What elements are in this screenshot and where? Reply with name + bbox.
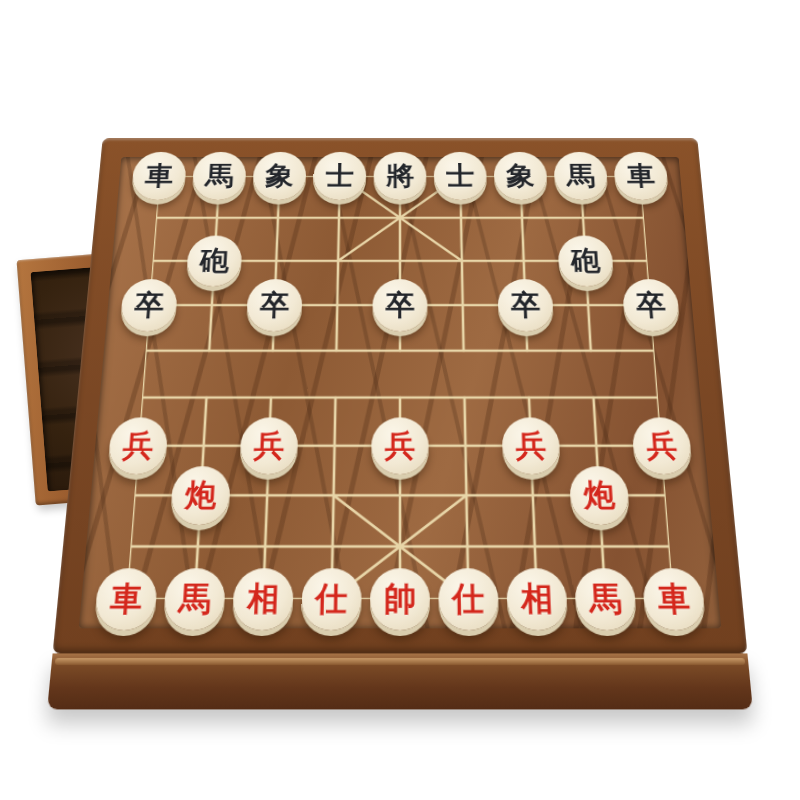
piece-red-cannon[interactable]: 炮 xyxy=(170,466,232,525)
piece-red-soldier[interactable]: 兵 xyxy=(501,417,560,474)
piece-red-soldier[interactable]: 兵 xyxy=(107,417,169,474)
piece-black-elephant[interactable]: 象 xyxy=(493,152,548,200)
piece-black-horse[interactable]: 馬 xyxy=(191,152,246,200)
piece-red-advisor[interactable]: 仕 xyxy=(301,568,362,630)
piece-black-soldier[interactable]: 卒 xyxy=(622,279,681,331)
piece-red-soldier[interactable]: 兵 xyxy=(239,417,298,474)
board-front-edge xyxy=(47,653,753,709)
piece-red-soldier[interactable]: 兵 xyxy=(371,417,429,474)
piece-black-elephant[interactable]: 象 xyxy=(252,152,307,200)
piece-black-soldier[interactable]: 卒 xyxy=(246,279,303,331)
piece-red-elephant[interactable]: 相 xyxy=(506,568,568,630)
product-photo-scene: 車馬象士將士象馬車砲砲卒卒卒卒卒兵兵兵兵兵炮炮車馬相仕帥仕相馬車 xyxy=(0,0,800,800)
piece-black-chariot[interactable]: 車 xyxy=(613,152,669,200)
piece-black-cannon[interactable]: 砲 xyxy=(557,236,614,287)
piece-red-chariot[interactable]: 車 xyxy=(94,568,159,630)
piece-red-horse[interactable]: 馬 xyxy=(163,568,227,630)
piece-black-soldier[interactable]: 卒 xyxy=(497,279,554,331)
piece-red-soldier[interactable]: 兵 xyxy=(631,417,693,474)
piece-red-advisor[interactable]: 仕 xyxy=(438,568,499,630)
piece-red-elephant[interactable]: 相 xyxy=(232,568,294,630)
piece-black-cannon[interactable]: 砲 xyxy=(186,236,243,287)
piece-black-chariot[interactable]: 車 xyxy=(131,152,187,200)
piece-red-chariot[interactable]: 車 xyxy=(642,568,707,630)
xiangqi-board: 車馬象士將士象馬車砲砲卒卒卒卒卒兵兵兵兵兵炮炮車馬相仕帥仕相馬車 xyxy=(47,138,753,709)
piece-black-horse[interactable]: 馬 xyxy=(553,152,608,200)
piece-red-horse[interactable]: 馬 xyxy=(574,568,638,630)
pieces-layer: 車馬象士將士象馬車砲砲卒卒卒卒卒兵兵兵兵兵炮炮車馬相仕帥仕相馬車 xyxy=(90,155,711,626)
piece-red-cannon[interactable]: 炮 xyxy=(569,466,631,525)
piece-red-general[interactable]: 帥 xyxy=(370,568,430,630)
board-frame: 車馬象士將士象馬車砲砲卒卒卒卒卒兵兵兵兵兵炮炮車馬相仕帥仕相馬車 xyxy=(53,138,748,653)
board-surface: 車馬象士將士象馬車砲砲卒卒卒卒卒兵兵兵兵兵炮炮車馬相仕帥仕相馬車 xyxy=(79,157,722,628)
piece-black-general[interactable]: 將 xyxy=(373,152,426,200)
piece-black-advisor[interactable]: 士 xyxy=(434,152,488,200)
piece-black-advisor[interactable]: 士 xyxy=(313,152,367,200)
piece-black-soldier[interactable]: 卒 xyxy=(119,279,178,331)
piece-black-soldier[interactable]: 卒 xyxy=(372,279,427,331)
